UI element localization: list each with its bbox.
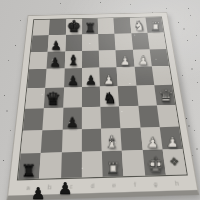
- square-b2: [41, 129, 62, 153]
- square-b5: [45, 69, 64, 88]
- square-f8: [114, 18, 131, 34]
- square-e7: [98, 34, 115, 51]
- board-grid: ♚♜♞♜♟♟♝♟♟♟♟♟♛♞♛♟♝♟♟♜♜♚❖: [18, 17, 186, 179]
- piece-white-queen-h4: ♛: [158, 87, 174, 104]
- square-f6: ♟: [116, 49, 135, 67]
- square-h3: [157, 105, 179, 127]
- square-b8: [49, 19, 66, 35]
- square-f5: [117, 67, 136, 86]
- file-label-b: b: [48, 182, 52, 190]
- board-maker-emblem: ❖: [168, 155, 180, 168]
- square-c5: ♟: [64, 68, 82, 87]
- square-a8: [33, 20, 51, 36]
- square-b4: ♛: [44, 87, 64, 108]
- square-d2: [82, 128, 102, 152]
- square-b6: ♟: [47, 51, 65, 69]
- captured-black-pawn: ♟: [58, 181, 72, 197]
- square-h5: [152, 66, 172, 85]
- board-dust-speckles: [28, 16, 29, 17]
- square-a3: [23, 108, 44, 130]
- square-f2: [121, 127, 143, 151]
- noise-speckles-large: [0, 0, 2, 2]
- piece-black-king-c8: ♚: [66, 18, 81, 34]
- square-c6: ♝: [64, 51, 82, 69]
- square-a6: [29, 51, 48, 69]
- square-f4: [118, 86, 138, 107]
- square-e5: ♟: [99, 67, 118, 86]
- piece-white-pawn-e5: ♟: [103, 73, 115, 86]
- file-label-a: a: [26, 183, 30, 191]
- file-label-d: d: [91, 181, 95, 189]
- square-h2: ♟: [159, 126, 182, 150]
- piece-white-pawn-f6: ♟: [120, 55, 131, 67]
- captured-black-pawn: ♟: [31, 186, 45, 200]
- piece-white-knight-g8: ♞: [133, 19, 145, 33]
- piece-white-king-g1: ♚: [146, 154, 165, 175]
- square-a7: [31, 35, 49, 52]
- square-h7: [147, 32, 166, 49]
- square-d3: [82, 107, 101, 129]
- piece-black-pawn-d5: ♟: [85, 74, 97, 87]
- piece-white-pawn-h2: ♟: [166, 135, 179, 149]
- piece-black-knight-e4: ♞: [103, 91, 117, 106]
- piece-black-pawn-c5: ♟: [67, 74, 79, 87]
- square-f7: [115, 33, 133, 50]
- square-g8: ♞: [129, 17, 147, 33]
- square-g3: [138, 105, 159, 127]
- square-a2: [21, 130, 43, 154]
- square-e6: [99, 50, 117, 68]
- square-c7: [65, 34, 82, 51]
- square-d1: [82, 152, 103, 178]
- square-h1: ❖: [162, 149, 186, 175]
- square-e2: ♝: [101, 128, 122, 152]
- piece-black-pawn-b6: ♟: [50, 56, 61, 69]
- piece-white-bishop-e2: ♝: [105, 135, 120, 152]
- square-b7: ♟: [48, 35, 66, 52]
- photo-scene: ♚♜♞♜♟♟♝♟♟♟♟♟♛♞♛♟♝♟♟♜♜♚❖ abcdefgh ♟♟: [0, 0, 200, 200]
- square-e1: ♜: [102, 151, 124, 177]
- file-label-e: e: [112, 181, 116, 189]
- square-d4: [82, 87, 101, 108]
- square-c3: ♟: [62, 107, 82, 129]
- square-b3: [43, 108, 63, 130]
- piece-black-pawn-c3: ♟: [66, 115, 79, 129]
- square-d6: [82, 50, 99, 68]
- square-a5: [27, 69, 46, 88]
- square-c4: [63, 87, 82, 108]
- piece-white-pawn-g6: ♟: [137, 54, 148, 66]
- square-a4: [25, 88, 45, 109]
- square-h8: ♜: [145, 17, 163, 33]
- chessboard: ♚♜♞♜♟♟♝♟♟♟♟♟♛♞♛♟♝♟♟♜♜♚❖ abcdefgh: [6, 12, 199, 200]
- square-g1: ♚: [142, 150, 165, 176]
- square-a1: ♜: [18, 153, 41, 179]
- square-c2: [61, 129, 81, 153]
- square-f1: [122, 150, 145, 176]
- piece-white-rook-h8: ♜: [150, 20, 161, 33]
- file-label-g: g: [153, 179, 158, 186]
- piece-black-rook-d8: ♜: [84, 21, 95, 34]
- square-g5: [134, 67, 154, 86]
- square-e3: [100, 106, 120, 128]
- square-h4: ♛: [154, 85, 175, 105]
- square-h6: [149, 49, 169, 67]
- piece-black-queen-b4: ♛: [46, 90, 62, 108]
- file-label-h: h: [175, 179, 180, 186]
- square-d8: ♜: [82, 18, 98, 34]
- piece-white-rook-e1: ♜: [106, 160, 121, 176]
- square-d5: ♟: [82, 68, 100, 87]
- square-c8: ♚: [65, 19, 81, 35]
- file-label-f: f: [133, 180, 136, 187]
- square-d7: [82, 34, 99, 51]
- piece-black-bishop-c6: ♝: [67, 54, 80, 68]
- square-e8: [98, 18, 115, 34]
- piece-white-pawn-g2: ♟: [146, 136, 159, 150]
- square-f3: [119, 106, 140, 128]
- piece-black-rook-a1: ♜: [21, 163, 36, 179]
- square-e4: ♞: [100, 86, 119, 107]
- piece-black-pawn-b7: ♟: [51, 39, 62, 51]
- square-c1: [60, 152, 81, 178]
- square-b1: [39, 153, 61, 179]
